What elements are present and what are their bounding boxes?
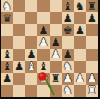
piece-black-p-g6[interactable]: ♟ [75,24,85,35]
square-b3[interactable]: ♟ [13,61,25,73]
square-h4[interactable] [86,49,98,61]
piece-black-r-e2[interactable]: ♜ [51,73,61,84]
square-g2[interactable]: ♟ [74,73,86,85]
piece-white-p-e4[interactable]: ♟ [51,49,61,60]
square-h5[interactable] [86,36,98,48]
square-f1[interactable]: ♞ [62,85,74,97]
piece-white-p-f2[interactable]: ♟ [63,73,73,84]
piece-black-n-g8[interactable]: ♞ [75,0,85,11]
square-a1[interactable] [1,85,13,97]
square-h6[interactable] [86,24,98,36]
square-a6[interactable] [1,24,13,36]
square-g4[interactable] [74,49,86,61]
square-d8[interactable] [37,0,49,12]
piece-black-p-b3[interactable]: ♟ [14,61,24,72]
square-b5[interactable] [13,36,25,48]
piece-black-b-a4[interactable]: ♝ [2,49,12,60]
square-b7[interactable] [13,12,25,24]
square-b6[interactable] [13,24,25,36]
piece-white-b-c3[interactable]: ♝ [26,61,36,72]
piece-black-q-a7[interactable]: ♛ [2,12,12,23]
piece-black-k-f6[interactable]: ♚ [63,24,73,35]
square-c1[interactable] [25,85,37,97]
square-f6[interactable]: ♚ [62,24,74,36]
chess-board: ♞♝♞♜♛♟♟♟♚♟♟♟♝♟♟♟♝♟♝♝♞♟♚♜♟♟♟♞♜ [1,0,98,97]
square-d2[interactable]: ♚ [37,73,49,85]
square-c7[interactable] [25,12,37,24]
board-edge-right [98,0,100,99]
board-edge-left [0,0,1,99]
square-e2[interactable]: ♜ [50,73,62,85]
piece-white-k-d2[interactable]: ♚ [39,73,49,84]
piece-black-p-a2[interactable]: ♟ [2,73,12,84]
square-g8[interactable]: ♞ [74,0,86,12]
square-c6[interactable] [25,24,37,36]
square-e7[interactable] [50,12,62,24]
piece-white-n-f3[interactable]: ♞ [63,61,73,72]
piece-white-r-h1[interactable]: ♜ [87,85,97,96]
square-a7[interactable]: ♛ [1,12,13,24]
square-a2[interactable]: ♟ [1,73,13,85]
square-d5[interactable]: ♟ [37,36,49,48]
piece-white-p-d5[interactable]: ♟ [39,36,49,47]
square-b8[interactable] [13,0,25,12]
piece-black-b-d3[interactable]: ♝ [39,61,49,72]
square-c8[interactable] [25,0,37,12]
square-g1[interactable] [74,85,86,97]
piece-white-n-a8[interactable]: ♞ [2,0,12,11]
square-h1[interactable]: ♜ [86,85,98,97]
square-c3[interactable]: ♝ [25,61,37,73]
square-e8[interactable] [50,0,62,12]
square-h7[interactable]: ♟ [86,12,98,24]
square-d1[interactable] [37,85,49,97]
piece-black-p-e5[interactable]: ♟ [51,36,61,47]
board-edge-bottom [0,97,100,99]
board-grid: ♞♝♞♜♛♟♟♟♚♟♟♟♝♟♟♟♝♟♝♝♞♟♚♜♟♟♟♞♜ [1,0,98,97]
piece-black-p-f4[interactable]: ♟ [63,49,73,60]
piece-white-p-h2[interactable]: ♟ [87,73,97,84]
square-b2[interactable] [13,73,25,85]
square-c2[interactable] [25,73,37,85]
piece-black-b-f8[interactable]: ♝ [63,0,73,11]
piece-black-p-c4[interactable]: ♟ [26,49,36,60]
piece-white-p-g2[interactable]: ♟ [75,73,85,84]
square-b1[interactable] [13,85,25,97]
square-g6[interactable]: ♟ [74,24,86,36]
square-e4[interactable]: ♟ [50,49,62,61]
piece-black-p-h7[interactable]: ♟ [87,12,97,23]
square-g5[interactable] [74,36,86,48]
piece-black-p-f7[interactable]: ♟ [63,12,73,23]
piece-black-b-a3[interactable]: ♝ [2,61,12,72]
piece-white-n-f1[interactable]: ♞ [63,85,73,96]
piece-black-r-h8[interactable]: ♜ [87,0,97,11]
piece-black-p-d6[interactable]: ♟ [39,24,49,35]
square-e1[interactable] [50,85,62,97]
